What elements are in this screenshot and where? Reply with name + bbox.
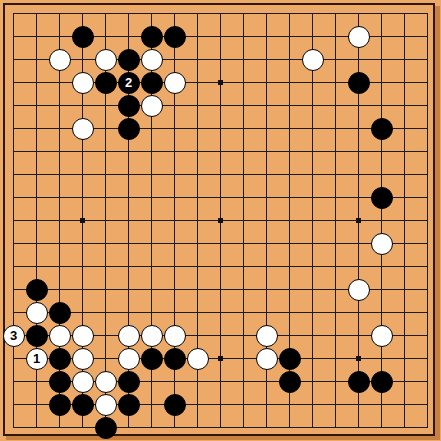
stone-white <box>371 233 393 255</box>
stone-black <box>371 187 393 209</box>
star-point <box>218 218 223 223</box>
intersection <box>117 48 140 71</box>
stone-white <box>72 72 94 94</box>
intersection <box>209 71 232 94</box>
stone-black <box>72 26 94 48</box>
go-board-diagram: 231 <box>0 0 441 441</box>
intersection <box>370 186 393 209</box>
stone-white <box>118 325 140 347</box>
intersection <box>94 370 117 393</box>
stone-white <box>72 325 94 347</box>
intersection <box>25 324 48 347</box>
stone-white <box>26 302 48 324</box>
stone-black <box>118 118 140 140</box>
intersection <box>117 324 140 347</box>
stone-black <box>348 371 370 393</box>
stone-white <box>256 325 278 347</box>
intersection <box>48 370 71 393</box>
intersection <box>163 25 186 48</box>
intersection <box>117 94 140 117</box>
stone-white <box>95 394 117 416</box>
intersection <box>347 370 370 393</box>
intersection <box>347 25 370 48</box>
intersection <box>117 347 140 370</box>
intersection <box>71 25 94 48</box>
star-point <box>80 218 85 223</box>
intersection: 1 <box>25 347 48 370</box>
intersection <box>186 347 209 370</box>
stone-white <box>164 72 186 94</box>
stone-black <box>348 72 370 94</box>
star-point <box>356 218 361 223</box>
intersection <box>71 209 94 232</box>
stone-white <box>95 371 117 393</box>
intersection <box>71 393 94 416</box>
stone-black <box>141 72 163 94</box>
intersection <box>370 324 393 347</box>
stone-black <box>95 417 117 439</box>
star-point <box>218 80 223 85</box>
stone-white <box>256 348 278 370</box>
intersection <box>117 117 140 140</box>
intersection <box>71 370 94 393</box>
intersection <box>347 71 370 94</box>
intersection <box>140 71 163 94</box>
stone-black <box>26 325 48 347</box>
stone-white <box>371 325 393 347</box>
stone-white <box>118 348 140 370</box>
intersection <box>48 301 71 324</box>
stone-black <box>164 394 186 416</box>
intersection <box>94 71 117 94</box>
move-number-label: 1 <box>33 352 40 365</box>
stone-white <box>49 49 71 71</box>
stone-black <box>49 302 71 324</box>
stone-white <box>187 348 209 370</box>
intersection <box>347 347 370 370</box>
star-point <box>218 356 223 361</box>
intersection <box>209 347 232 370</box>
stone-white <box>72 371 94 393</box>
intersection: 3 <box>2 324 25 347</box>
intersection <box>301 48 324 71</box>
stone-black: 2 <box>118 72 140 94</box>
board-intersections: 231 <box>2 2 439 439</box>
stone-white: 3 <box>3 325 25 347</box>
intersection <box>117 370 140 393</box>
stone-white <box>72 348 94 370</box>
intersection <box>25 278 48 301</box>
stone-black <box>95 72 117 94</box>
intersection <box>163 347 186 370</box>
stone-black <box>72 394 94 416</box>
intersection <box>370 370 393 393</box>
intersection <box>94 416 117 439</box>
stone-black <box>279 371 301 393</box>
stone-white <box>141 325 163 347</box>
intersection <box>71 117 94 140</box>
intersection <box>278 370 301 393</box>
stone-black <box>279 348 301 370</box>
stone-white <box>164 325 186 347</box>
intersection <box>163 324 186 347</box>
stone-white <box>141 95 163 117</box>
intersection: 2 <box>117 71 140 94</box>
star-point <box>356 356 361 361</box>
stone-black <box>371 371 393 393</box>
intersection <box>278 347 301 370</box>
intersection <box>48 347 71 370</box>
stone-black <box>49 371 71 393</box>
stone-white <box>95 49 117 71</box>
stone-black <box>49 348 71 370</box>
intersection <box>71 347 94 370</box>
stone-black <box>164 348 186 370</box>
intersection <box>71 71 94 94</box>
intersection <box>94 48 117 71</box>
stone-black <box>141 348 163 370</box>
intersection <box>255 324 278 347</box>
intersection <box>370 117 393 140</box>
intersection <box>347 278 370 301</box>
intersection <box>163 393 186 416</box>
stone-black <box>164 26 186 48</box>
stone-black <box>371 118 393 140</box>
stone-black <box>118 394 140 416</box>
intersection <box>140 25 163 48</box>
intersection <box>140 324 163 347</box>
stone-white <box>348 279 370 301</box>
move-number-label: 2 <box>125 76 132 89</box>
intersection <box>25 301 48 324</box>
intersection <box>140 48 163 71</box>
stone-black <box>118 95 140 117</box>
intersection <box>347 209 370 232</box>
stone-black <box>118 49 140 71</box>
intersection <box>48 324 71 347</box>
stone-white <box>141 49 163 71</box>
intersection <box>71 324 94 347</box>
stone-white: 1 <box>26 348 48 370</box>
intersection <box>370 232 393 255</box>
stone-white <box>348 26 370 48</box>
intersection <box>209 209 232 232</box>
stone-white <box>49 325 71 347</box>
intersection <box>48 48 71 71</box>
stone-black <box>49 394 71 416</box>
stone-white <box>72 118 94 140</box>
intersection <box>255 347 278 370</box>
stone-black <box>26 279 48 301</box>
intersection <box>94 393 117 416</box>
move-number-label: 3 <box>10 329 17 342</box>
stone-black <box>118 371 140 393</box>
stone-white <box>302 49 324 71</box>
intersection <box>140 94 163 117</box>
intersection <box>48 393 71 416</box>
intersection <box>163 71 186 94</box>
intersection <box>140 347 163 370</box>
intersection <box>117 393 140 416</box>
stone-black <box>141 26 163 48</box>
